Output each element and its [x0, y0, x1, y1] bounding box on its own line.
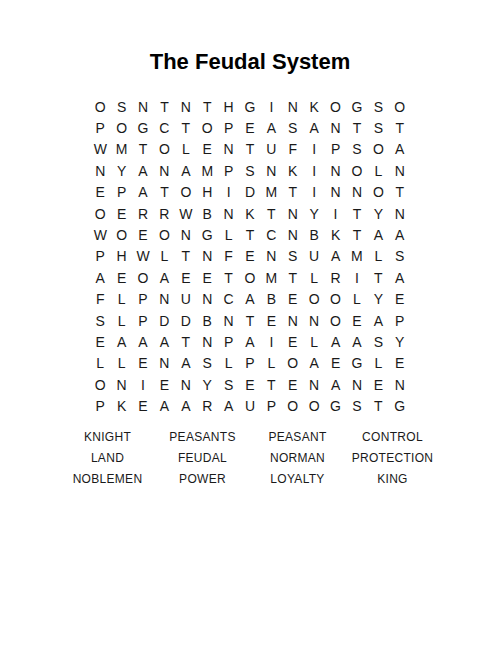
- grid-cell-r14c5[interactable]: N: [175, 374, 196, 395]
- grid-cell-r6c5[interactable]: W: [175, 203, 196, 224]
- grid-cell-r13c11[interactable]: A: [303, 353, 324, 374]
- grid-cell-r10c2[interactable]: L: [111, 289, 132, 310]
- grid-cell-r11c13[interactable]: E: [346, 310, 367, 331]
- grid-cell-r8c5[interactable]: T: [175, 246, 196, 267]
- grid-cell-r2c9[interactable]: A: [261, 117, 282, 138]
- grid-cell-r9c4[interactable]: A: [154, 267, 175, 288]
- grid-cell-r14c11[interactable]: N: [303, 374, 324, 395]
- grid-cell-r6c4[interactable]: R: [154, 203, 175, 224]
- grid-cell-r13c5[interactable]: A: [175, 353, 196, 374]
- grid-cell-r7c6[interactable]: G: [197, 224, 218, 245]
- grid-cell-r14c13[interactable]: N: [346, 374, 367, 395]
- grid-cell-r8c2[interactable]: H: [111, 246, 132, 267]
- grid-cell-r13c15[interactable]: E: [389, 353, 410, 374]
- grid-cell-r9c12[interactable]: R: [325, 267, 346, 288]
- grid-cell-r10c10[interactable]: E: [282, 289, 303, 310]
- grid-cell-r5c1[interactable]: E: [90, 182, 111, 203]
- grid-cell-r11c6[interactable]: B: [197, 310, 218, 331]
- grid-cell-r6c9[interactable]: T: [261, 203, 282, 224]
- grid-cell-r5c12[interactable]: N: [325, 182, 346, 203]
- grid-cell-r14c7[interactable]: S: [218, 374, 239, 395]
- grid-cell-r8c14[interactable]: L: [368, 246, 389, 267]
- grid-cell-r4c4[interactable]: N: [154, 160, 175, 181]
- word-noblemen: NOBLEMEN: [60, 469, 155, 490]
- grid-cell-r13c6[interactable]: S: [197, 353, 218, 374]
- grid-cell-r6c13[interactable]: T: [346, 203, 367, 224]
- grid-cell-r2c7[interactable]: P: [218, 117, 239, 138]
- grid-cell-r3c9[interactable]: U: [261, 139, 282, 160]
- grid-cell-r5c3[interactable]: A: [132, 182, 153, 203]
- grid-cell-r5c8[interactable]: D: [239, 182, 260, 203]
- grid-cell-r8c9[interactable]: N: [261, 246, 282, 267]
- grid-cell-r1c11[interactable]: K: [303, 96, 324, 117]
- word-protection: PROTECTION: [345, 448, 440, 469]
- grid-cell-r12c6[interactable]: N: [197, 331, 218, 352]
- grid-cell-r1c5[interactable]: N: [175, 96, 196, 117]
- grid-cell-r8c7[interactable]: F: [218, 246, 239, 267]
- grid-cell-r14c15[interactable]: N: [389, 374, 410, 395]
- grid-cell-r2c4[interactable]: C: [154, 117, 175, 138]
- puzzle-title: The Feudal System: [0, 0, 500, 74]
- grid-cell-r10c9[interactable]: B: [261, 289, 282, 310]
- grid-cell-r7c10[interactable]: N: [282, 224, 303, 245]
- grid-cell-r14c3[interactable]: I: [132, 374, 153, 395]
- grid-cell-r8c4[interactable]: L: [154, 246, 175, 267]
- grid-cell-r12c12[interactable]: A: [325, 331, 346, 352]
- grid-cell-r5c15[interactable]: T: [389, 182, 410, 203]
- grid-cell-r12c15[interactable]: Y: [389, 331, 410, 352]
- grid-cell-r3c13[interactable]: S: [346, 139, 367, 160]
- grid-cell-r15c4[interactable]: A: [154, 395, 175, 416]
- grid-cell-r2c8[interactable]: E: [239, 117, 260, 138]
- grid-cell-r15c3[interactable]: E: [132, 395, 153, 416]
- grid-cell-r4c3[interactable]: A: [132, 160, 153, 181]
- grid-cell-r13c2[interactable]: L: [111, 353, 132, 374]
- word-norman: NORMAN: [250, 448, 345, 469]
- grid-cell-r9c10[interactable]: T: [282, 267, 303, 288]
- grid-cell-r1c4[interactable]: T: [154, 96, 175, 117]
- grid-cell-r10c11[interactable]: O: [303, 289, 324, 310]
- grid-cell-r15c14[interactable]: T: [368, 395, 389, 416]
- grid-cell-r1c12[interactable]: O: [325, 96, 346, 117]
- word-king: KING: [345, 469, 440, 490]
- grid-cell-r6c2[interactable]: E: [111, 203, 132, 224]
- grid-cell-r12c2[interactable]: A: [111, 331, 132, 352]
- grid-cell-r11c15[interactable]: P: [389, 310, 410, 331]
- grid-cell-r15c6[interactable]: R: [197, 395, 218, 416]
- grid-cell-r12c5[interactable]: T: [175, 331, 196, 352]
- grid-cell-r10c6[interactable]: N: [197, 289, 218, 310]
- grid-cell-r7c7[interactable]: L: [218, 224, 239, 245]
- word-land: LAND: [60, 448, 155, 469]
- grid-cell-r14c6[interactable]: Y: [197, 374, 218, 395]
- grid-cell-r6c10[interactable]: N: [282, 203, 303, 224]
- grid-cell-r4c14[interactable]: L: [368, 160, 389, 181]
- grid-cell-r3c7[interactable]: N: [218, 139, 239, 160]
- grid-cell-r1c7[interactable]: H: [218, 96, 239, 117]
- grid-cell-r4c2[interactable]: Y: [111, 160, 132, 181]
- grid-cell-r2c10[interactable]: S: [282, 117, 303, 138]
- grid-cell-r13c12[interactable]: E: [325, 353, 346, 374]
- grid-cell-r12c8[interactable]: A: [239, 331, 260, 352]
- grid-cell-r2c13[interactable]: T: [346, 117, 367, 138]
- grid-cell-r12c9[interactable]: I: [261, 331, 282, 352]
- grid-cell-r6c11[interactable]: Y: [303, 203, 324, 224]
- grid-cell-r2c15[interactable]: T: [389, 117, 410, 138]
- grid-cell-r13c1[interactable]: L: [90, 353, 111, 374]
- grid-cell-r7c2[interactable]: O: [111, 224, 132, 245]
- grid-cell-r6c1[interactable]: O: [90, 203, 111, 224]
- grid-cell-r13c7[interactable]: L: [218, 353, 239, 374]
- grid-cell-r9c9[interactable]: M: [261, 267, 282, 288]
- grid-cell-r8c10[interactable]: S: [282, 246, 303, 267]
- grid-cell-r2c2[interactable]: O: [111, 117, 132, 138]
- grid-cell-r5c11[interactable]: I: [303, 182, 324, 203]
- grid-cell-r12c3[interactable]: A: [132, 331, 153, 352]
- grid-cell-r6c8[interactable]: K: [239, 203, 260, 224]
- grid-cell-r15c9[interactable]: P: [261, 395, 282, 416]
- grid-cell-r5c2[interactable]: P: [111, 182, 132, 203]
- word-peasants: PEASANTS: [155, 427, 250, 448]
- grid-cell-r12c14[interactable]: S: [368, 331, 389, 352]
- grid-cell-r11c2[interactable]: L: [111, 310, 132, 331]
- grid-cell-r3c6[interactable]: E: [197, 139, 218, 160]
- grid-cell-r7c4[interactable]: O: [154, 224, 175, 245]
- grid-cell-r1c10[interactable]: N: [282, 96, 303, 117]
- grid-cell-r8c8[interactable]: E: [239, 246, 260, 267]
- grid-cell-r1c8[interactable]: G: [239, 96, 260, 117]
- grid-cell-r3c8[interactable]: T: [239, 139, 260, 160]
- grid-cell-r1c3[interactable]: N: [132, 96, 153, 117]
- grid-cell-r7c5[interactable]: N: [175, 224, 196, 245]
- word-search-grid: OSNTNTHGINKOGSOPOGCTOPEASANTSTWMTOLENTUF…: [0, 96, 500, 417]
- grid-cell-r4c9[interactable]: N: [261, 160, 282, 181]
- grid-cell-r11c11[interactable]: N: [303, 310, 324, 331]
- word-power: POWER: [155, 469, 250, 490]
- grid-cell-r10c14[interactable]: Y: [368, 289, 389, 310]
- grid-cell-r3c5[interactable]: L: [175, 139, 196, 160]
- grid-cell-r2c11[interactable]: A: [303, 117, 324, 138]
- grid-cell-r4c1[interactable]: N: [90, 160, 111, 181]
- grid-cell-r6c7[interactable]: N: [218, 203, 239, 224]
- grid-cell-r13c4[interactable]: N: [154, 353, 175, 374]
- grid-cell-r4c10[interactable]: K: [282, 160, 303, 181]
- grid-cell-r6c6[interactable]: B: [197, 203, 218, 224]
- grid-cell-r2c12[interactable]: N: [325, 117, 346, 138]
- word-peasant: PEASANT: [250, 427, 345, 448]
- grid-cell-r10c7[interactable]: C: [218, 289, 239, 310]
- grid-cell-r12c7[interactable]: P: [218, 331, 239, 352]
- grid-cell-r15c8[interactable]: U: [239, 395, 260, 416]
- grid-cell-r11c5[interactable]: D: [175, 310, 196, 331]
- grid-cell-r1c15[interactable]: O: [389, 96, 410, 117]
- grid-cell-r3c12[interactable]: P: [325, 139, 346, 160]
- grid-cell-r5c5[interactable]: O: [175, 182, 196, 203]
- grid-cell-r9c5[interactable]: E: [175, 267, 196, 288]
- grid-cell-r3c11[interactable]: I: [303, 139, 324, 160]
- grid-cell-r10c4[interactable]: N: [154, 289, 175, 310]
- grid-cell-r5c7[interactable]: I: [218, 182, 239, 203]
- grid-cell-r4c6[interactable]: M: [197, 160, 218, 181]
- grid-cell-r14c1[interactable]: O: [90, 374, 111, 395]
- grid-cell-r14c4[interactable]: E: [154, 374, 175, 395]
- grid-cell-r14c12[interactable]: A: [325, 374, 346, 395]
- grid-cell-r3c4[interactable]: O: [154, 139, 175, 160]
- grid-cell-r13c14[interactable]: L: [368, 353, 389, 374]
- grid-cell-r10c8[interactable]: A: [239, 289, 260, 310]
- grid-cell-r2c5[interactable]: T: [175, 117, 196, 138]
- grid-cell-r8c1[interactable]: P: [90, 246, 111, 267]
- worksheet-page: The Feudal System OSNTNTHGINKOGSOPOGCTOP…: [0, 0, 500, 647]
- grid-cell-r9c8[interactable]: O: [239, 267, 260, 288]
- grid-cell-r11c1[interactable]: S: [90, 310, 111, 331]
- grid-cell-r7c3[interactable]: E: [132, 224, 153, 245]
- grid-cell-r1c9[interactable]: I: [261, 96, 282, 117]
- grid-cell-r4c15[interactable]: N: [389, 160, 410, 181]
- grid-cell-r12c4[interactable]: A: [154, 331, 175, 352]
- word-knight: KNIGHT: [60, 427, 155, 448]
- grid-cell-r12c1[interactable]: E: [90, 331, 111, 352]
- grid-cell-r15c15[interactable]: G: [389, 395, 410, 416]
- word-loyalty: LOYALTY: [250, 469, 345, 490]
- grid-cell-r14c9[interactable]: T: [261, 374, 282, 395]
- grid-cell-r1c6[interactable]: T: [197, 96, 218, 117]
- grid-cell-r4c12[interactable]: N: [325, 160, 346, 181]
- grid-cell-r8c15[interactable]: S: [389, 246, 410, 267]
- grid-cell-r4c11[interactable]: I: [303, 160, 324, 181]
- grid-cell-r11c8[interactable]: T: [239, 310, 260, 331]
- grid-cell-r2c1[interactable]: P: [90, 117, 111, 138]
- grid-cell-r3c14[interactable]: O: [368, 139, 389, 160]
- grid-cell-r7c1[interactable]: W: [90, 224, 111, 245]
- word-feudal: FEUDAL: [155, 448, 250, 469]
- grid-cell-r5c6[interactable]: H: [197, 182, 218, 203]
- grid-cell-r13c13[interactable]: G: [346, 353, 367, 374]
- grid-cell-r5c4[interactable]: T: [154, 182, 175, 203]
- grid-cell-r14c8[interactable]: E: [239, 374, 260, 395]
- grid-cell-r12c11[interactable]: L: [303, 331, 324, 352]
- grid-cell-r2c6[interactable]: O: [197, 117, 218, 138]
- grid-cell-r14c2[interactable]: N: [111, 374, 132, 395]
- grid-cell-r7c9[interactable]: C: [261, 224, 282, 245]
- grid-cell-r6c12[interactable]: I: [325, 203, 346, 224]
- grid-cell-r4c8[interactable]: S: [239, 160, 260, 181]
- grid-cell-r15c11[interactable]: O: [303, 395, 324, 416]
- grid-cell-r10c3[interactable]: P: [132, 289, 153, 310]
- grid-cell-r11c12[interactable]: O: [325, 310, 346, 331]
- grid-cell-r11c10[interactable]: N: [282, 310, 303, 331]
- grid-cell-r2c14[interactable]: S: [368, 117, 389, 138]
- grid-cell-r5c9[interactable]: M: [261, 182, 282, 203]
- grid-cell-r2c3[interactable]: G: [132, 117, 153, 138]
- grid-cell-r9c6[interactable]: E: [197, 267, 218, 288]
- grid-cell-r10c5[interactable]: U: [175, 289, 196, 310]
- grid-cell-r4c13[interactable]: O: [346, 160, 367, 181]
- word-control: CONTROL: [345, 427, 440, 448]
- grid-cell-r15c10[interactable]: O: [282, 395, 303, 416]
- grid-cell-r11c14[interactable]: A: [368, 310, 389, 331]
- grid-cell-r12c10[interactable]: E: [282, 331, 303, 352]
- grid-cell-r15c2[interactable]: K: [111, 395, 132, 416]
- grid-cell-r7c11[interactable]: B: [303, 224, 324, 245]
- grid-cell-r11c4[interactable]: D: [154, 310, 175, 331]
- grid-cell-r8c12[interactable]: A: [325, 246, 346, 267]
- grid-cell-r14c14[interactable]: E: [368, 374, 389, 395]
- grid-cell-r3c15[interactable]: A: [389, 139, 410, 160]
- grid-cell-r10c12[interactable]: O: [325, 289, 346, 310]
- grid-cell-r10c15[interactable]: E: [389, 289, 410, 310]
- grid-cell-r9c11[interactable]: L: [303, 267, 324, 288]
- grid-cell-r1c1[interactable]: O: [90, 96, 111, 117]
- grid-cell-r8c6[interactable]: N: [197, 246, 218, 267]
- grid-cell-r15c13[interactable]: S: [346, 395, 367, 416]
- grid-cell-r12c13[interactable]: A: [346, 331, 367, 352]
- grid-cell-r5c13[interactable]: N: [346, 182, 367, 203]
- grid-cell-r13c9[interactable]: L: [261, 353, 282, 374]
- grid-cell-r8c3[interactable]: W: [132, 246, 153, 267]
- grid-cell-r11c7[interactable]: N: [218, 310, 239, 331]
- grid-cell-r4c7[interactable]: P: [218, 160, 239, 181]
- grid-cell-r11c9[interactable]: E: [261, 310, 282, 331]
- grid-cell-r1c13[interactable]: G: [346, 96, 367, 117]
- grid-cell-r11c3[interactable]: P: [132, 310, 153, 331]
- grid-cell-r9c15[interactable]: A: [389, 267, 410, 288]
- grid-cell-r4c5[interactable]: A: [175, 160, 196, 181]
- grid-cell-r7c15[interactable]: A: [389, 224, 410, 245]
- grid-cell-r15c12[interactable]: G: [325, 395, 346, 416]
- grid-cell-r1c2[interactable]: S: [111, 96, 132, 117]
- grid-cell-r9c3[interactable]: O: [132, 267, 153, 288]
- grid-cell-r9c13[interactable]: I: [346, 267, 367, 288]
- grid-cell-r6c15[interactable]: N: [389, 203, 410, 224]
- grid-cell-r6c14[interactable]: Y: [368, 203, 389, 224]
- grid-cell-r7c8[interactable]: T: [239, 224, 260, 245]
- grid-cell-r15c1[interactable]: P: [90, 395, 111, 416]
- grid-cell-r13c10[interactable]: O: [282, 353, 303, 374]
- grid-cell-r13c8[interactable]: P: [239, 353, 260, 374]
- grid-cell-r13c3[interactable]: E: [132, 353, 153, 374]
- grid-cell-r3c10[interactable]: F: [282, 139, 303, 160]
- grid-cell-r1c14[interactable]: S: [368, 96, 389, 117]
- grid-cell-r7c12[interactable]: K: [325, 224, 346, 245]
- grid-cell-r9c1[interactable]: A: [90, 267, 111, 288]
- grid-cell-r3c1[interactable]: W: [90, 139, 111, 160]
- grid-cell-r5c10[interactable]: T: [282, 182, 303, 203]
- grid-cell-r7c13[interactable]: T: [346, 224, 367, 245]
- grid-cell-r9c7[interactable]: T: [218, 267, 239, 288]
- grid-cell-r15c5[interactable]: A: [175, 395, 196, 416]
- grid-cell-r8c13[interactable]: M: [346, 246, 367, 267]
- grid-cell-r9c2[interactable]: E: [111, 267, 132, 288]
- grid-cell-r8c11[interactable]: U: [303, 246, 324, 267]
- grid-cell-r9c14[interactable]: T: [368, 267, 389, 288]
- grid-cell-r6c3[interactable]: R: [132, 203, 153, 224]
- grid-cell-r10c13[interactable]: L: [346, 289, 367, 310]
- grid-cell-r14c10[interactable]: E: [282, 374, 303, 395]
- grid-cell-r5c14[interactable]: O: [368, 182, 389, 203]
- grid-cell-r10c1[interactable]: F: [90, 289, 111, 310]
- word-list: KNIGHTPEASANTSPEASANTCONTROLLANDFEUDALNO…: [0, 427, 500, 490]
- grid-cell-r7c14[interactable]: A: [368, 224, 389, 245]
- grid-cell-r3c2[interactable]: M: [111, 139, 132, 160]
- grid-cell-r15c7[interactable]: A: [218, 395, 239, 416]
- grid-cell-r3c3[interactable]: T: [132, 139, 153, 160]
